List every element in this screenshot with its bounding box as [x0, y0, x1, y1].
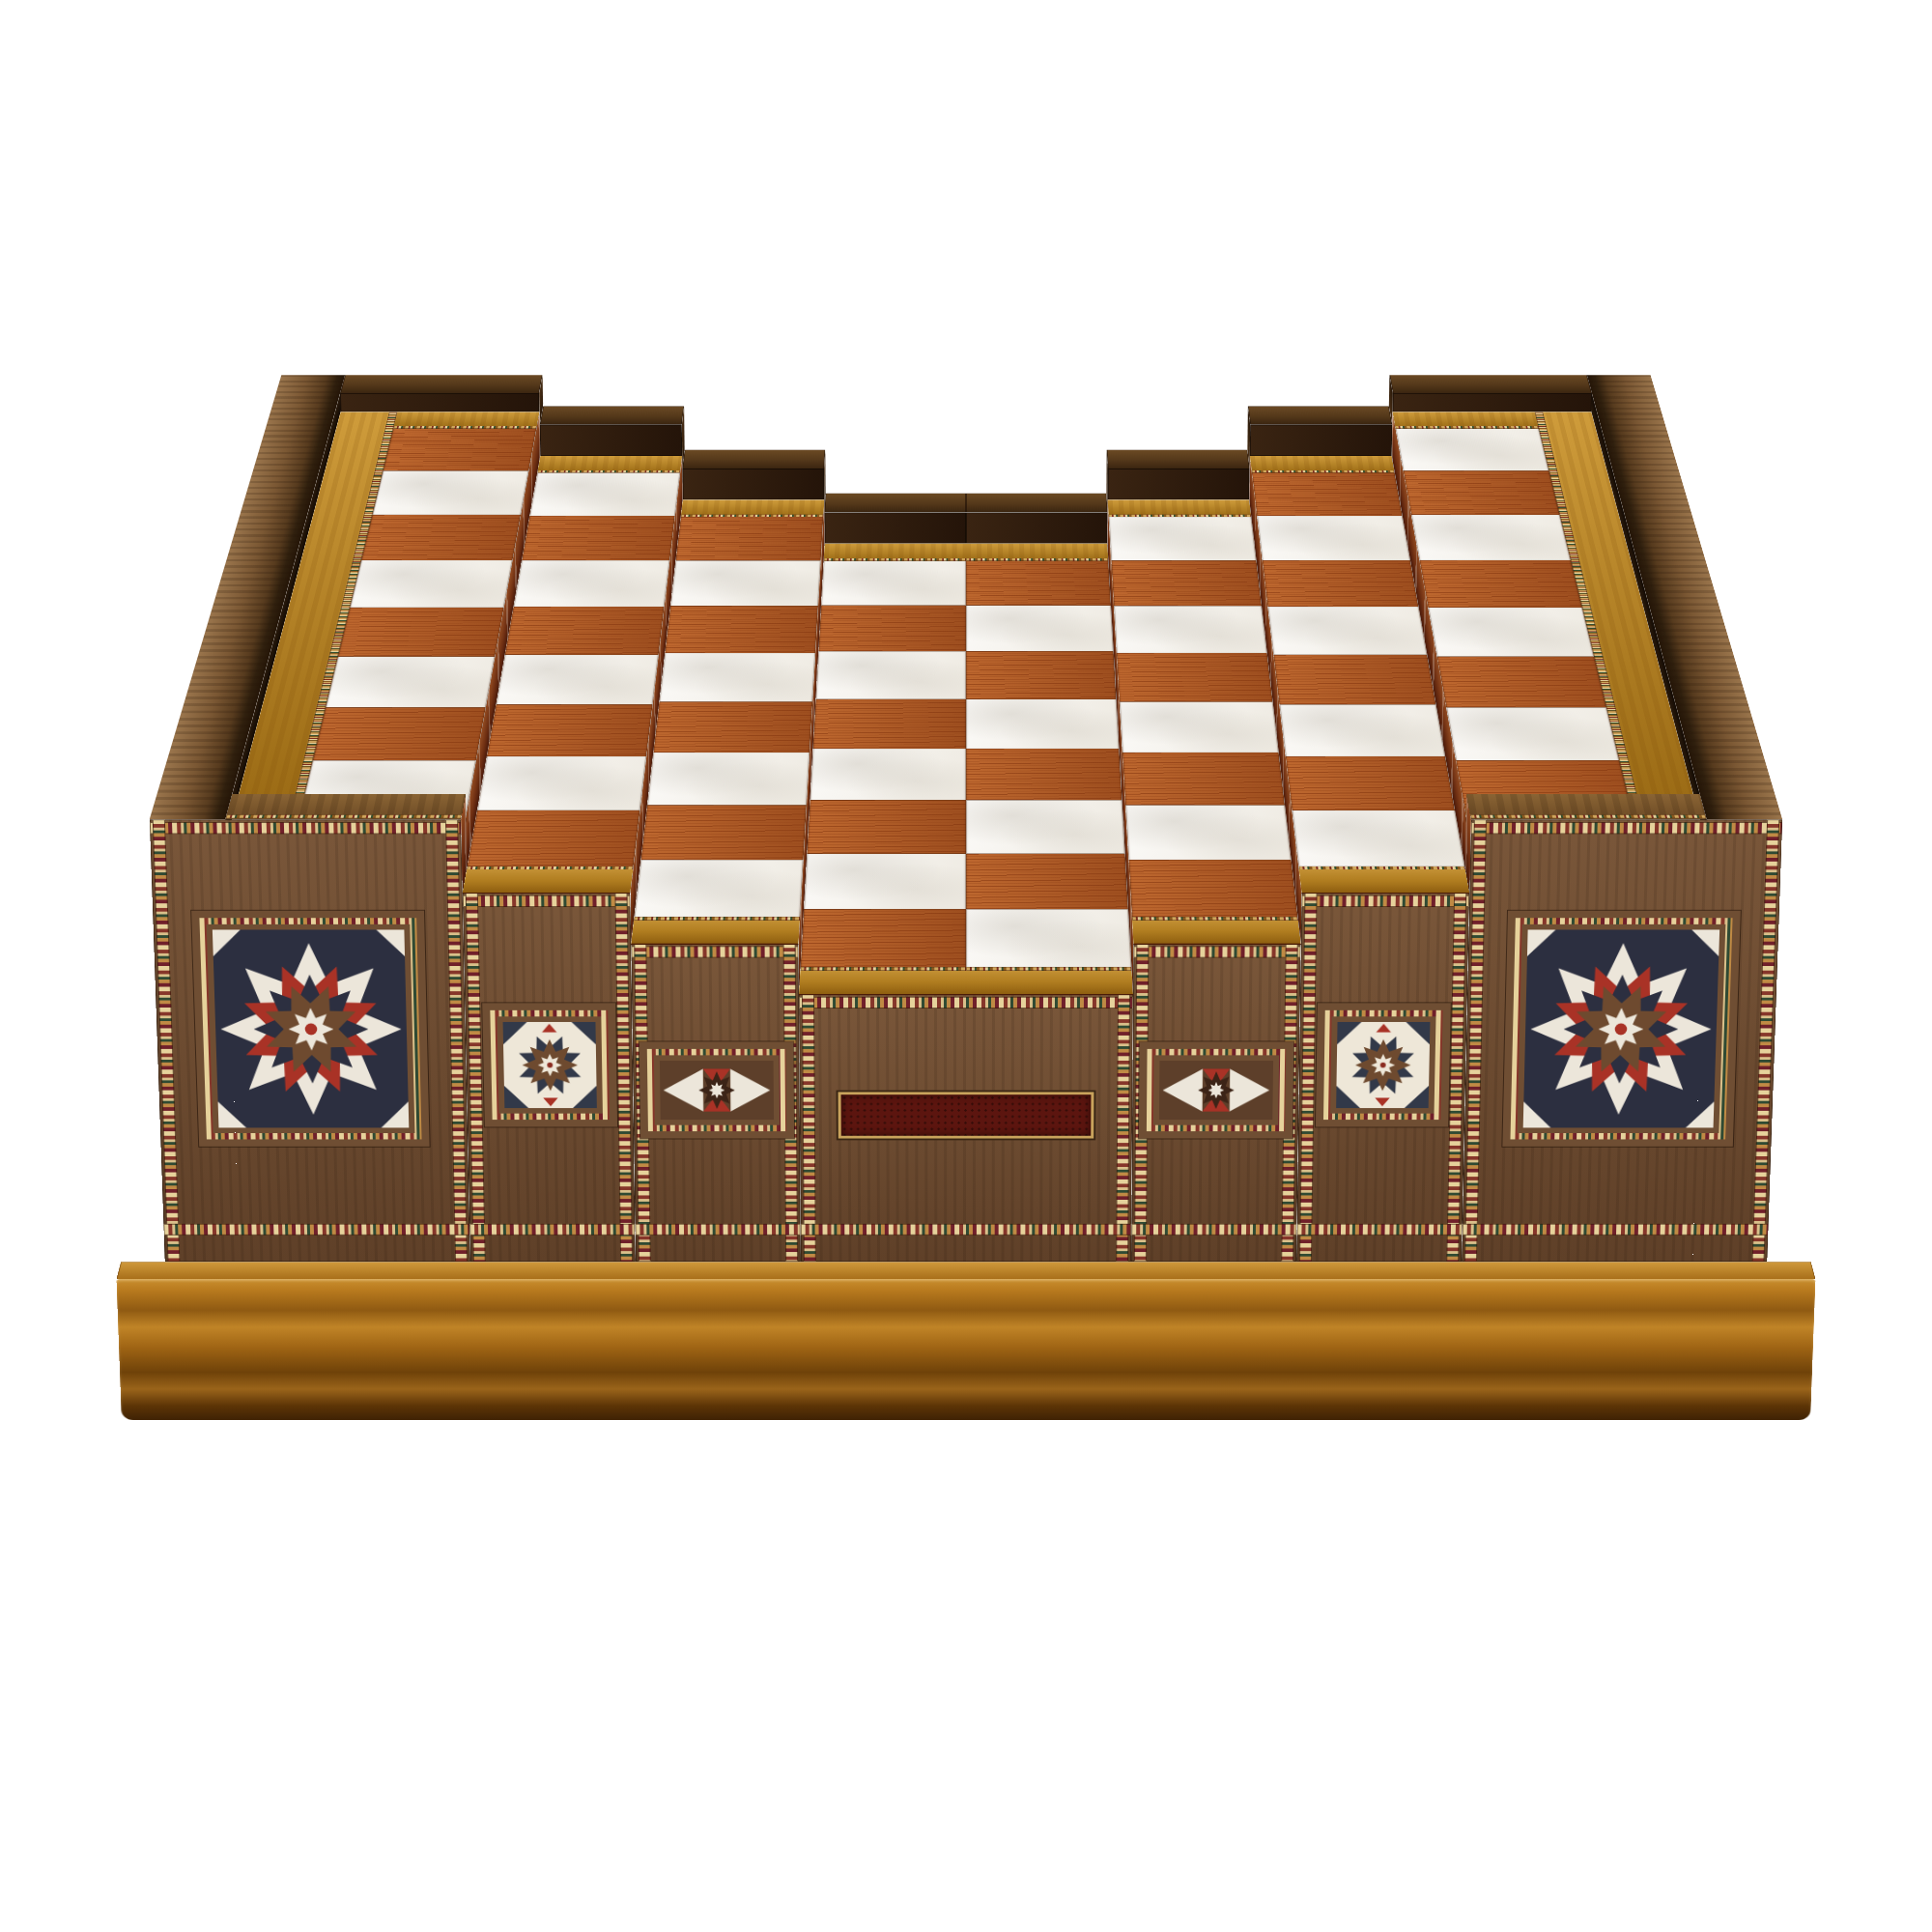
back-wall-file-g: [1250, 425, 1392, 457]
file-d-back-margin: [824, 544, 966, 561]
file-e-squares: [966, 561, 1131, 968]
square-c2: [640, 805, 807, 860]
apron-top-inlay: [631, 946, 798, 957]
square-e7: [966, 606, 1114, 652]
front-apron-file-b: [463, 893, 636, 1262]
apron-top-inlay: [150, 822, 462, 834]
square-d1: [801, 909, 966, 967]
apron-top-inlay: [1301, 895, 1469, 907]
file-d-front-tread: [799, 967, 966, 995]
square-c8: [675, 517, 823, 560]
file-e-front-tread: [966, 967, 1133, 995]
chessboard: [156, 525, 1776, 994]
apron-top-inlay: [1133, 946, 1300, 957]
back-rail-file-f: [1107, 450, 1250, 469]
square-f7: [1111, 560, 1262, 606]
diamond-eye-panel: [1138, 1041, 1293, 1138]
panel-tick-frame: [490, 1010, 610, 1120]
square-b8: [529, 472, 680, 516]
back-margin-inlay: [824, 558, 966, 561]
square-g2: [1286, 756, 1455, 810]
front-apron-center: [799, 994, 1133, 1262]
back-wall-file-e: [966, 512, 1108, 543]
panel-tick-frame: [646, 1049, 785, 1131]
small-star-panel: [1315, 1003, 1450, 1126]
square-b5: [505, 607, 665, 655]
front-corner-platform-left: [225, 794, 466, 819]
back-wall-file-a: [340, 393, 539, 412]
panel-inner-frame: [1152, 1055, 1278, 1124]
apron-bottom-inlay: [469, 1224, 635, 1236]
square-f5: [1117, 653, 1273, 702]
square-a6: [361, 515, 521, 560]
corner-star-panel: [1502, 911, 1740, 1147]
apron-panel-area: [1147, 959, 1285, 1219]
corner-star-mosaic: [213, 929, 409, 1127]
panel-inner-frame: [653, 1055, 779, 1124]
platform-inlay: [226, 814, 462, 817]
tread-inlay: [634, 917, 800, 920]
square-g4: [1273, 655, 1435, 705]
tread-inlay: [467, 867, 634, 869]
back-rail-file-b: [540, 407, 684, 425]
apron-bottom-inlay: [635, 1224, 800, 1236]
back-margin-inlay: [681, 515, 824, 518]
file-h-back-margin: [1393, 412, 1539, 429]
front-center-cartouche: [841, 1094, 1092, 1136]
apron-top-inlay: [799, 997, 1133, 1009]
back-rail-file-c: [682, 450, 825, 469]
file-a-back-margin: [393, 412, 539, 429]
diamond-eye-panel: [639, 1041, 793, 1138]
file-g-back-margin: [1250, 456, 1395, 472]
front-apron-file-c: [631, 944, 801, 1263]
back-rail-file-e: [966, 494, 1108, 513]
diamond-eye-mosaic: [1158, 1061, 1272, 1120]
square-f1: [1128, 860, 1297, 917]
square-d4: [810, 749, 966, 800]
tread-inlay: [800, 967, 966, 971]
back-margin-inlay: [966, 558, 1108, 561]
square-c6: [665, 606, 818, 653]
square-a5: [350, 560, 512, 608]
square-c5: [659, 653, 815, 702]
panel-inner-frame: [207, 924, 415, 1133]
file-e-back-margin: [966, 544, 1108, 561]
back-rail-file-a: [340, 375, 542, 393]
panel-tick-frame: [199, 918, 421, 1139]
panel-tick-frame: [1510, 918, 1732, 1139]
square-h4: [1428, 608, 1594, 657]
square-d7: [818, 606, 966, 652]
back-margin-inlay: [393, 426, 537, 428]
file-b-back-margin: [537, 456, 682, 472]
square-d5: [813, 699, 966, 749]
square-a2: [313, 707, 486, 760]
platform-inlay: [1470, 814, 1706, 817]
apron-top-inlay: [1471, 822, 1783, 834]
square-h7: [1404, 470, 1560, 514]
square-a7: [373, 470, 529, 514]
front-corner-platform-right: [1466, 794, 1707, 819]
plinth-top-rim: [116, 1262, 1815, 1279]
square-f6: [1114, 606, 1267, 653]
apron-bottom-inlay: [163, 1224, 469, 1236]
corner-star-mosaic: [1523, 929, 1719, 1127]
square-e8: [966, 561, 1111, 606]
square-e2: [966, 854, 1128, 910]
square-c7: [670, 560, 821, 606]
tread-inlay: [966, 967, 1132, 971]
corner-star-panel: [191, 911, 429, 1147]
square-c4: [653, 701, 812, 752]
back-margin-inlay: [537, 470, 680, 473]
square-e4: [966, 749, 1122, 800]
square-e1: [966, 909, 1131, 967]
panel-inner-frame: [1330, 1016, 1435, 1113]
square-f8: [1109, 517, 1257, 560]
apron-panel-area: [1478, 836, 1767, 1219]
square-b4: [496, 655, 658, 705]
square-b6: [513, 560, 669, 607]
panel-tick-frame: [1146, 1049, 1285, 1131]
tread-inlay: [1132, 917, 1298, 920]
file-f-front-tread: [1132, 917, 1301, 945]
panel-inner-frame: [1518, 924, 1726, 1133]
file-c-back-margin: [681, 499, 825, 517]
back-rail-file-d: [824, 494, 966, 513]
square-f2: [1125, 805, 1292, 860]
small-star-mosaic: [502, 1022, 596, 1108]
back-wall-file-b: [540, 425, 682, 457]
square-b7: [522, 516, 675, 560]
square-e5: [966, 699, 1119, 749]
square-f3: [1122, 753, 1285, 806]
square-d2: [804, 854, 966, 910]
square-c3: [647, 753, 810, 806]
panel-inner-frame: [497, 1016, 602, 1113]
square-f4: [1120, 701, 1279, 752]
plinth-front-molding: [116, 1279, 1815, 1420]
apron-panel-area: [165, 836, 454, 1219]
square-d8: [821, 561, 966, 606]
front-apron-corner-left: [150, 819, 470, 1262]
panel-tick-frame: [1323, 1010, 1443, 1120]
front-apron-file-g: [1296, 893, 1469, 1262]
square-h5: [1419, 560, 1581, 608]
square-h6: [1411, 515, 1571, 560]
small-star-mosaic: [1336, 1022, 1430, 1108]
apron-panel-area: [647, 959, 785, 1219]
diamond-eye-mosaic: [659, 1061, 773, 1120]
square-e6: [966, 651, 1117, 698]
square-h8: [1396, 429, 1549, 471]
square-h3: [1437, 657, 1606, 708]
file-b-front-tread: [462, 867, 633, 894]
square-c1: [634, 860, 803, 917]
file-e-column: [966, 544, 1133, 994]
front-apron-corner-right: [1462, 819, 1782, 1262]
square-g7: [1257, 516, 1410, 560]
apron-right-inlay: [1116, 994, 1130, 1262]
apron-bottom-inlay: [1131, 1224, 1296, 1236]
apron-bottom-inlay: [1296, 1224, 1462, 1236]
apron-bottom-inlay: [801, 1224, 1132, 1236]
square-a8: [384, 429, 537, 471]
file-d-tier: [799, 544, 966, 994]
square-g8: [1252, 472, 1403, 516]
square-d3: [807, 800, 966, 853]
square-d6: [815, 651, 966, 698]
square-e3: [966, 800, 1125, 853]
file-e-tier: [966, 544, 1133, 994]
square-g1: [1292, 810, 1464, 867]
product-photo-stage: [0, 0, 1932, 1932]
file-d-squares: [801, 561, 966, 968]
square-b1: [468, 810, 640, 867]
back-wall-file-h: [1393, 393, 1592, 412]
back-wall-file-f: [1108, 469, 1250, 499]
back-margin-inlay: [1395, 426, 1539, 428]
apron-panel-area: [814, 1010, 1118, 1219]
tread-inlay: [1298, 867, 1465, 869]
back-margin-inlay: [1109, 515, 1252, 518]
square-a3: [326, 657, 495, 708]
back-wall-file-d: [824, 512, 966, 543]
back-rail-file-h: [1389, 375, 1591, 393]
file-d-column: [799, 544, 966, 994]
square-g5: [1267, 607, 1427, 655]
back-margin-inlay: [1252, 470, 1395, 473]
square-g6: [1263, 560, 1419, 607]
apron-panel-area: [478, 909, 619, 1219]
apron-panel-area: [1313, 909, 1454, 1219]
file-f-back-margin: [1108, 499, 1252, 517]
file-g-front-tread: [1298, 867, 1469, 894]
back-wall-file-c: [682, 469, 824, 499]
square-b3: [487, 704, 653, 756]
square-h2: [1446, 707, 1619, 760]
back-rail-file-g: [1248, 407, 1392, 425]
square-b2: [477, 756, 646, 810]
square-g3: [1279, 704, 1445, 756]
front-apron-file-f: [1131, 944, 1301, 1263]
apron-top-inlay: [463, 895, 631, 907]
apron-bottom-inlay: [1463, 1224, 1769, 1236]
small-star-panel: [482, 1003, 617, 1126]
square-a4: [338, 608, 504, 657]
file-c-front-tread: [631, 917, 800, 945]
